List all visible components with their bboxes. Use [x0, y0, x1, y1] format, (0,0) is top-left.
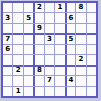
cell-r6c8[interactable]: 2 [76, 55, 85, 64]
cell-r1c4[interactable]: 2 [33, 3, 43, 12]
cell-r4c8[interactable] [76, 33, 85, 43]
cell-r9c9[interactable] [87, 87, 96, 96]
cell-r2c4[interactable] [33, 13, 43, 22]
cell-r3c6[interactable] [55, 24, 64, 33]
cell-r3c2[interactable] [13, 24, 22, 33]
cell-r2c1[interactable]: 3 [3, 13, 12, 22]
cell-r7c1[interactable] [3, 65, 12, 75]
cell-r7c5[interactable] [45, 65, 54, 75]
cell-r5c4[interactable] [33, 45, 43, 54]
cell-r6c5[interactable] [45, 55, 54, 64]
cell-r7c6[interactable] [55, 65, 64, 75]
cell-r9c8[interactable] [76, 87, 85, 96]
cell-r8c6[interactable] [55, 76, 64, 85]
cell-r5c3[interactable] [24, 45, 33, 54]
cell-r1c9[interactable] [87, 3, 96, 12]
cell-r9c5[interactable] [45, 87, 54, 96]
cell-r5c6[interactable] [55, 45, 64, 54]
cell-r7c3[interactable] [24, 65, 33, 75]
cell-r8c7[interactable]: 4 [65, 76, 75, 85]
cell-r8c3[interactable] [24, 76, 33, 85]
cell-r7c7[interactable] [65, 65, 75, 75]
cell-r6c9[interactable] [87, 55, 96, 64]
cell-r1c5[interactable] [45, 3, 54, 12]
cell-r9c1[interactable] [3, 87, 12, 96]
cell-r5c1[interactable]: 6 [3, 45, 12, 54]
cell-r6c4[interactable] [33, 55, 43, 64]
cell-r3c5[interactable] [45, 24, 54, 33]
cell-r1c3[interactable] [24, 3, 33, 12]
cell-r2c7[interactable]: 6 [65, 13, 75, 22]
cell-r4c9[interactable] [87, 33, 96, 43]
cell-r7c8[interactable] [76, 65, 85, 75]
cell-r2c5[interactable] [45, 13, 54, 22]
cell-r5c2[interactable] [13, 45, 22, 54]
cell-r4c6[interactable] [55, 33, 64, 43]
cell-r9c6[interactable] [55, 87, 64, 96]
cell-r5c7[interactable] [65, 45, 75, 54]
cell-r7c4[interactable]: 8 [33, 65, 43, 75]
cell-r8c1[interactable] [3, 76, 12, 85]
cell-r5c5[interactable] [45, 45, 54, 54]
cell-r1c1[interactable] [3, 3, 12, 12]
cell-r1c6[interactable]: 1 [55, 3, 64, 12]
cell-r6c7[interactable] [65, 55, 75, 64]
cell-r9c2[interactable]: 1 [13, 87, 22, 96]
cell-r4c7[interactable]: 5 [65, 33, 75, 43]
cell-r4c5[interactable]: 3 [45, 33, 54, 43]
cell-r3c7[interactable] [65, 24, 75, 33]
cell-r6c1[interactable] [3, 55, 12, 64]
cell-r4c3[interactable] [24, 33, 33, 43]
sudoku-board: 21835697356228741 [1, 1, 98, 98]
cell-r2c2[interactable] [13, 13, 22, 22]
cell-r7c2[interactable]: 2 [13, 65, 22, 75]
cell-r9c7[interactable] [65, 87, 75, 96]
cell-r8c8[interactable] [76, 76, 85, 85]
cell-r1c2[interactable] [13, 3, 22, 12]
cell-r6c3[interactable] [24, 55, 33, 64]
cell-r8c4[interactable] [33, 76, 43, 85]
cell-r2c8[interactable] [76, 13, 85, 22]
cell-r4c4[interactable] [33, 33, 43, 43]
cell-r5c8[interactable] [76, 45, 85, 54]
cell-r9c4[interactable] [33, 87, 43, 96]
cell-r1c8[interactable]: 8 [76, 3, 85, 12]
cell-r7c9[interactable] [87, 65, 96, 75]
cell-r4c1[interactable]: 7 [3, 33, 12, 43]
cell-r2c6[interactable] [55, 13, 64, 22]
cell-r9c3[interactable] [24, 87, 33, 96]
cell-r3c9[interactable] [87, 24, 96, 33]
cell-r6c6[interactable] [55, 55, 64, 64]
cell-r2c9[interactable] [87, 13, 96, 22]
cell-r6c2[interactable] [13, 55, 22, 64]
cell-r1c7[interactable] [65, 3, 75, 12]
cell-r8c2[interactable] [13, 76, 22, 85]
cell-r8c9[interactable] [87, 76, 96, 85]
cell-r2c3[interactable]: 5 [24, 13, 33, 22]
cell-r3c1[interactable] [3, 24, 12, 33]
sudoku-board-wrap: 21835697356228741 [1, 1, 98, 98]
cell-r3c4[interactable]: 9 [33, 24, 43, 33]
cell-r3c8[interactable] [76, 24, 85, 33]
cell-r5c9[interactable] [87, 45, 96, 54]
cell-r8c5[interactable]: 7 [45, 76, 54, 85]
cell-r3c3[interactable] [24, 24, 33, 33]
cell-r4c2[interactable] [13, 33, 22, 43]
